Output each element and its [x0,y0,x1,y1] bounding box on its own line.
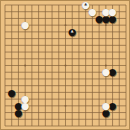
black-stone: ● [109,69,116,76]
white-stone: ● [89,8,96,15]
triangle-mark-icon: ▲ [71,30,74,34]
white-stone: ● [109,8,116,15]
black-stone: ● [109,102,116,109]
black-stone: ● [8,89,15,96]
board-stone-layer: ●●●●▲●●●●●●●●▲●●●●●●● [2,2,130,130]
triangle-mark-icon: ▲ [84,3,87,7]
black-stone: ●▲ [69,29,76,36]
white-stone: ● [102,102,109,109]
white-stone: ● [102,69,109,76]
white-stone: ● [22,102,29,109]
go-board[interactable]: ●●●●▲●●●●●●●●▲●●●●●●● [0,0,130,130]
white-stone: ● [22,22,29,29]
